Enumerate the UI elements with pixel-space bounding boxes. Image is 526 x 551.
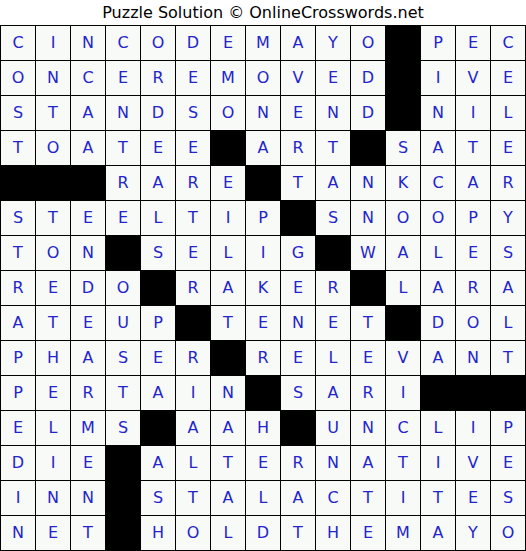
letter-cell-r15c2: E [36, 516, 70, 550]
letter-cell-r11c4: T [106, 376, 140, 410]
letter-cell-r11c7: N [211, 376, 245, 410]
block-cell-r4c11 [351, 131, 385, 165]
block-cell-r12c5 [141, 411, 175, 445]
letter-cell-r8c2: E [36, 271, 70, 305]
letter-cell-r13c11: A [351, 446, 385, 480]
letter-cell-r15c12: M [386, 516, 420, 550]
block-cell-r3c12 [386, 96, 420, 130]
letter-cell-r13c15: E [491, 446, 525, 480]
letter-cell-r10c3: A [71, 341, 105, 375]
letter-cell-r3c2: T [36, 96, 70, 130]
letter-cell-r9c9: N [281, 306, 315, 340]
letter-cell-r14c3: N [71, 481, 105, 515]
letter-cell-r12c15: P [491, 411, 525, 445]
block-cell-r11c15 [491, 376, 525, 410]
letter-cell-r8c12: L [386, 271, 420, 305]
letter-cell-r8c15: A [491, 271, 525, 305]
letter-cell-r12c11: N [351, 411, 385, 445]
letter-cell-r15c3: T [71, 516, 105, 550]
letter-cell-r13c1: D [1, 446, 35, 480]
letter-cell-r14c7: A [211, 481, 245, 515]
letter-cell-r7c7: L [211, 236, 245, 270]
letter-cell-r6c4: E [106, 201, 140, 235]
letter-cell-r12c3: M [71, 411, 105, 445]
letter-cell-r5c5: A [141, 166, 175, 200]
letter-cell-r1c15: C [491, 26, 525, 60]
letter-cell-r3c14: I [456, 96, 490, 130]
letter-cell-r2c1: O [1, 61, 35, 95]
letter-cell-r4c6: E [176, 131, 210, 165]
letter-cell-r11c2: E [36, 376, 70, 410]
letter-cell-r15c13: A [421, 516, 455, 550]
letter-cell-r13c12: T [386, 446, 420, 480]
letter-cell-r3c10: N [316, 96, 350, 130]
letter-cell-r3c3: A [71, 96, 105, 130]
block-cell-r2c12 [386, 61, 420, 95]
block-cell-r5c3 [71, 166, 105, 200]
letter-cell-r3c4: N [106, 96, 140, 130]
puzzle-solution-page: Puzzle Solution © OnlineCrosswords.net C… [0, 0, 526, 551]
letter-cell-r2c2: N [36, 61, 70, 95]
letter-cell-r5c11: N [351, 166, 385, 200]
letter-cell-r1c6: D [176, 26, 210, 60]
block-cell-r14c4 [106, 481, 140, 515]
letter-cell-r5c4: R [106, 166, 140, 200]
letter-cell-r1c4: C [106, 26, 140, 60]
letter-cell-r9c7: T [211, 306, 245, 340]
letter-cell-r11c10: A [316, 376, 350, 410]
letter-cell-r5c15: R [491, 166, 525, 200]
letter-cell-r1c10: Y [316, 26, 350, 60]
letter-cell-r14c8: L [246, 481, 280, 515]
letter-cell-r6c8: P [246, 201, 280, 235]
letter-cell-r2c6: E [176, 61, 210, 95]
letter-cell-r13c9: R [281, 446, 315, 480]
letter-cell-r4c10: T [316, 131, 350, 165]
letter-cell-r3c5: D [141, 96, 175, 130]
letter-cell-r14c2: N [36, 481, 70, 515]
block-cell-r5c1 [1, 166, 35, 200]
letter-cell-r9c1: A [1, 306, 35, 340]
letter-cell-r8c10: R [316, 271, 350, 305]
letter-cell-r1c13: P [421, 26, 455, 60]
letter-cell-r10c10: L [316, 341, 350, 375]
letter-cell-r7c9: G [281, 236, 315, 270]
letter-cell-r10c14: N [456, 341, 490, 375]
letter-cell-r6c12: O [386, 201, 420, 235]
letter-cell-r15c7: L [211, 516, 245, 550]
letter-cell-r10c13: A [421, 341, 455, 375]
letter-cell-r12c1: E [1, 411, 35, 445]
letter-cell-r8c8: K [246, 271, 280, 305]
letter-cell-r4c8: A [246, 131, 280, 165]
letter-cell-r8c6: R [176, 271, 210, 305]
letter-cell-r10c4: S [106, 341, 140, 375]
letter-cell-r1c1: C [1, 26, 35, 60]
letter-cell-r12c14: I [456, 411, 490, 445]
letter-cell-r1c11: O [351, 26, 385, 60]
letter-cell-r13c5: A [141, 446, 175, 480]
letter-cell-r14c12: I [386, 481, 420, 515]
letter-cell-r7c14: E [456, 236, 490, 270]
block-cell-r15c4 [106, 516, 140, 550]
letter-cell-r9c3: E [71, 306, 105, 340]
letter-cell-r12c13: L [421, 411, 455, 445]
letter-cell-r11c11: R [351, 376, 385, 410]
letter-cell-r15c10: H [316, 516, 350, 550]
letter-cell-r8c4: O [106, 271, 140, 305]
letter-cell-r6c1: S [1, 201, 35, 235]
letter-cell-r8c13: A [421, 271, 455, 305]
letter-cell-r4c14: T [456, 131, 490, 165]
block-cell-r9c6 [176, 306, 210, 340]
letter-cell-r11c3: R [71, 376, 105, 410]
letter-cell-r6c13: O [421, 201, 455, 235]
letter-cell-r3c9: E [281, 96, 315, 130]
letter-cell-r14c1: I [1, 481, 35, 515]
letter-cell-r12c7: A [211, 411, 245, 445]
letter-cell-r2c8: O [246, 61, 280, 95]
letter-cell-r3c1: S [1, 96, 35, 130]
letter-cell-r4c3: A [71, 131, 105, 165]
letter-cell-r10c12: V [386, 341, 420, 375]
letter-cell-r9c4: U [106, 306, 140, 340]
letter-cell-r9c15: L [491, 306, 525, 340]
letter-cell-r15c1: N [1, 516, 35, 550]
letter-cell-r7c5: S [141, 236, 175, 270]
block-cell-r7c10 [316, 236, 350, 270]
letter-cell-r1c14: E [456, 26, 490, 60]
letter-cell-r6c2: T [36, 201, 70, 235]
letter-cell-r3c15: L [491, 96, 525, 130]
letter-cell-r14c6: T [176, 481, 210, 515]
letter-cell-r8c9: E [281, 271, 315, 305]
letter-cell-r12c8: H [246, 411, 280, 445]
letter-cell-r11c9: S [281, 376, 315, 410]
letter-cell-r4c5: E [141, 131, 175, 165]
letter-cell-r5c10: A [316, 166, 350, 200]
block-cell-r8c5 [141, 271, 175, 305]
letter-cell-r7c3: N [71, 236, 105, 270]
letter-cell-r7c8: I [246, 236, 280, 270]
letter-cell-r13c13: I [421, 446, 455, 480]
letter-cell-r13c10: N [316, 446, 350, 480]
letter-cell-r6c3: E [71, 201, 105, 235]
letter-cell-r7c13: L [421, 236, 455, 270]
block-cell-r11c8 [246, 376, 280, 410]
block-cell-r8c11 [351, 271, 385, 305]
letter-cell-r7c1: T [1, 236, 35, 270]
letter-cell-r14c15: S [491, 481, 525, 515]
letter-cell-r8c14: R [456, 271, 490, 305]
letter-cell-r11c5: A [141, 376, 175, 410]
letter-cell-r11c12: I [386, 376, 420, 410]
letter-cell-r9c14: O [456, 306, 490, 340]
letter-cell-r14c11: T [351, 481, 385, 515]
block-cell-r1c12 [386, 26, 420, 60]
letter-cell-r1c7: E [211, 26, 245, 60]
letter-cell-r4c1: T [1, 131, 35, 165]
letter-cell-r7c2: O [36, 236, 70, 270]
letter-cell-r13c2: I [36, 446, 70, 480]
letter-cell-r3c13: N [421, 96, 455, 130]
letter-cell-r9c5: P [141, 306, 175, 340]
letter-cell-r10c9: E [281, 341, 315, 375]
block-cell-r5c8 [246, 166, 280, 200]
block-cell-r5c2 [36, 166, 70, 200]
letter-cell-r4c13: A [421, 131, 455, 165]
block-cell-r10c7 [211, 341, 245, 375]
letter-cell-r4c9: R [281, 131, 315, 165]
letter-cell-r6c7: I [211, 201, 245, 235]
letter-cell-r5c14: A [456, 166, 490, 200]
letter-cell-r6c14: P [456, 201, 490, 235]
letter-cell-r2c10: E [316, 61, 350, 95]
letter-cell-r13c14: V [456, 446, 490, 480]
page-title: Puzzle Solution © OnlineCrosswords.net [0, 0, 526, 25]
letter-cell-r7c11: W [351, 236, 385, 270]
letter-cell-r1c9: A [281, 26, 315, 60]
letter-cell-r14c5: S [141, 481, 175, 515]
block-cell-r9c12 [386, 306, 420, 340]
letter-cell-r3c8: N [246, 96, 280, 130]
letter-cell-r9c8: E [246, 306, 280, 340]
letter-cell-r13c6: L [176, 446, 210, 480]
letter-cell-r6c11: N [351, 201, 385, 235]
letter-cell-r1c8: M [246, 26, 280, 60]
letter-cell-r10c6: R [176, 341, 210, 375]
letter-cell-r15c6: O [176, 516, 210, 550]
letter-cell-r2c9: V [281, 61, 315, 95]
letter-cell-r15c8: D [246, 516, 280, 550]
letter-cell-r5c13: C [421, 166, 455, 200]
letter-cell-r9c10: E [316, 306, 350, 340]
letter-cell-r12c6: A [176, 411, 210, 445]
letter-cell-r15c14: Y [456, 516, 490, 550]
letter-cell-r3c7: O [211, 96, 245, 130]
letter-cell-r2c5: R [141, 61, 175, 95]
block-cell-r11c13 [421, 376, 455, 410]
block-cell-r13c4 [106, 446, 140, 480]
letter-cell-r6c6: T [176, 201, 210, 235]
letter-cell-r14c13: T [421, 481, 455, 515]
letter-cell-r5c6: R [176, 166, 210, 200]
letter-cell-r4c15: E [491, 131, 525, 165]
letter-cell-r2c15: E [491, 61, 525, 95]
block-cell-r6c9 [281, 201, 315, 235]
letter-cell-r10c5: E [141, 341, 175, 375]
letter-cell-r8c1: R [1, 271, 35, 305]
letter-cell-r14c10: C [316, 481, 350, 515]
letter-cell-r7c6: E [176, 236, 210, 270]
letter-cell-r2c3: C [71, 61, 105, 95]
letter-cell-r12c4: S [106, 411, 140, 445]
letter-cell-r4c2: O [36, 131, 70, 165]
letter-cell-r2c4: E [106, 61, 140, 95]
letter-cell-r4c4: T [106, 131, 140, 165]
letter-cell-r2c13: I [421, 61, 455, 95]
letter-cell-r10c15: T [491, 341, 525, 375]
block-cell-r7c4 [106, 236, 140, 270]
letter-cell-r10c8: R [246, 341, 280, 375]
letter-cell-r10c11: E [351, 341, 385, 375]
letter-cell-r5c9: T [281, 166, 315, 200]
letter-cell-r7c15: S [491, 236, 525, 270]
letter-cell-r6c15: Y [491, 201, 525, 235]
letter-cell-r13c3: E [71, 446, 105, 480]
letter-cell-r10c1: P [1, 341, 35, 375]
letter-cell-r1c3: N [71, 26, 105, 60]
letter-cell-r6c5: L [141, 201, 175, 235]
crossword-grid: CINCODEMAYOPECONCEREMOVEDIVESTANDSONENDN… [0, 25, 526, 551]
block-cell-r4c7 [211, 131, 245, 165]
letter-cell-r6c10: S [316, 201, 350, 235]
letter-cell-r9c13: D [421, 306, 455, 340]
block-cell-r11c14 [456, 376, 490, 410]
letter-cell-r14c14: E [456, 481, 490, 515]
letter-cell-r8c3: D [71, 271, 105, 305]
letter-cell-r7c12: A [386, 236, 420, 270]
letter-cell-r15c5: H [141, 516, 175, 550]
letter-cell-r15c9: T [281, 516, 315, 550]
letter-cell-r13c7: T [211, 446, 245, 480]
letter-cell-r15c15: O [491, 516, 525, 550]
letter-cell-r5c12: K [386, 166, 420, 200]
letter-cell-r14c9: A [281, 481, 315, 515]
letter-cell-r3c11: D [351, 96, 385, 130]
letter-cell-r2c7: M [211, 61, 245, 95]
letter-cell-r5c7: E [211, 166, 245, 200]
letter-cell-r11c1: P [1, 376, 35, 410]
letter-cell-r8c7: A [211, 271, 245, 305]
letter-cell-r13c8: E [246, 446, 280, 480]
letter-cell-r2c11: D [351, 61, 385, 95]
letter-cell-r12c12: C [386, 411, 420, 445]
block-cell-r12c9 [281, 411, 315, 445]
letter-cell-r9c11: T [351, 306, 385, 340]
letter-cell-r3c6: S [176, 96, 210, 130]
letter-cell-r10c2: H [36, 341, 70, 375]
letter-cell-r12c2: L [36, 411, 70, 445]
letter-cell-r1c2: I [36, 26, 70, 60]
letter-cell-r1c5: O [141, 26, 175, 60]
letter-cell-r4c12: S [386, 131, 420, 165]
letter-cell-r11c6: I [176, 376, 210, 410]
letter-cell-r9c2: T [36, 306, 70, 340]
letter-cell-r12c10: U [316, 411, 350, 445]
letter-cell-r15c11: E [351, 516, 385, 550]
letter-cell-r2c14: V [456, 61, 490, 95]
